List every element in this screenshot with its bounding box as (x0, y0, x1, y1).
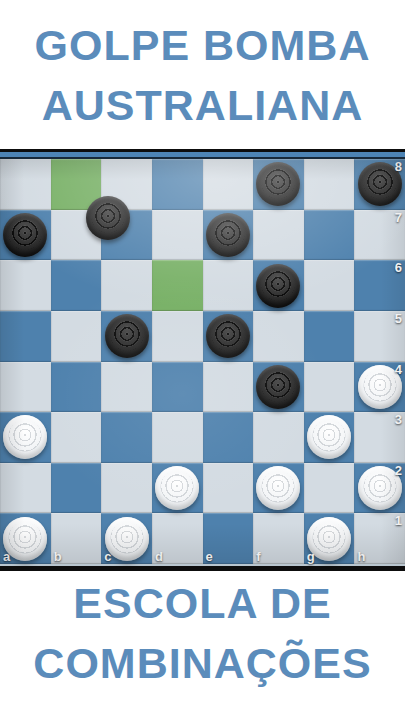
square-c6[interactable] (101, 260, 152, 311)
square-d5[interactable] (152, 311, 203, 362)
header-title-line-1: GOLPE BOMBA (35, 15, 371, 75)
square-d8[interactable] (152, 159, 203, 210)
checkers-board: 8765432abcdefg1h (0, 159, 405, 564)
square-b5[interactable] (51, 311, 102, 362)
square-g6[interactable] (304, 260, 355, 311)
square-f8[interactable] (253, 159, 304, 210)
square-e1[interactable]: e (203, 513, 254, 564)
square-g4[interactable] (304, 362, 355, 413)
square-c1[interactable]: c (101, 513, 152, 564)
white-man-a3[interactable] (3, 415, 47, 459)
black-man-a7[interactable] (3, 213, 47, 257)
rank-label-1: 1 (395, 513, 402, 528)
page: GOLPE BOMBA AUSTRALIANA 8765432abcdefg1h… (0, 0, 405, 720)
square-a1[interactable]: a (0, 513, 51, 564)
white-man-h4[interactable] (358, 365, 402, 409)
square-f7[interactable] (253, 210, 304, 261)
square-h6[interactable]: 6 (354, 260, 405, 311)
file-label-h: h (357, 549, 365, 564)
square-f5[interactable] (253, 311, 304, 362)
square-a5[interactable] (0, 311, 51, 362)
square-d6[interactable] (152, 260, 203, 311)
white-man-d2[interactable] (155, 466, 199, 510)
file-label-b: b (54, 549, 62, 564)
square-g1[interactable]: g (304, 513, 355, 564)
square-c2[interactable] (101, 463, 152, 514)
white-man-a1[interactable] (3, 517, 47, 561)
square-g7[interactable] (304, 210, 355, 261)
square-h5[interactable]: 5 (354, 311, 405, 362)
square-h1[interactable]: 1h (354, 513, 405, 564)
square-h2[interactable]: 2 (354, 463, 405, 514)
white-man-h2[interactable] (358, 466, 402, 510)
square-f2[interactable] (253, 463, 304, 514)
black-man-f6[interactable] (256, 264, 300, 308)
square-g2[interactable] (304, 463, 355, 514)
square-d7[interactable] (152, 210, 203, 261)
square-d2[interactable] (152, 463, 203, 514)
square-h7[interactable]: 7 (354, 210, 405, 261)
square-e3[interactable] (203, 412, 254, 463)
square-b2[interactable] (51, 463, 102, 514)
square-g8[interactable] (304, 159, 355, 210)
square-e7[interactable] (203, 210, 254, 261)
square-c3[interactable] (101, 412, 152, 463)
footer-title-line-2: COMBINAÇÕES (33, 633, 371, 693)
square-e5[interactable] (203, 311, 254, 362)
file-label-f: f (256, 549, 260, 564)
square-h8[interactable]: 8 (354, 159, 405, 210)
square-a3[interactable] (0, 412, 51, 463)
square-d4[interactable] (152, 362, 203, 413)
white-man-c1[interactable] (105, 517, 149, 561)
footer: ESCOLA DE COMBINAÇÕES (0, 571, 405, 720)
square-c7[interactable] (101, 210, 152, 261)
file-label-e: e (206, 549, 213, 564)
square-b4[interactable] (51, 362, 102, 413)
black-man-c5[interactable] (105, 314, 149, 358)
rank-label-3: 3 (395, 412, 402, 427)
white-man-f2[interactable] (256, 466, 300, 510)
header-title-line-2: AUSTRALIANA (42, 75, 364, 135)
top-separator (0, 149, 405, 159)
black-man-e7[interactable] (206, 213, 250, 257)
square-h3[interactable]: 3 (354, 412, 405, 463)
square-e8[interactable] (203, 159, 254, 210)
square-g3[interactable] (304, 412, 355, 463)
black-man-c7[interactable] (86, 196, 130, 240)
footer-title-line-1: ESCOLA DE (73, 573, 331, 633)
square-g5[interactable] (304, 311, 355, 362)
square-d3[interactable] (152, 412, 203, 463)
square-f6[interactable] (253, 260, 304, 311)
black-man-f4[interactable] (256, 365, 300, 409)
rank-label-5: 5 (395, 311, 402, 326)
rank-label-7: 7 (395, 210, 402, 225)
square-e4[interactable] (203, 362, 254, 413)
white-man-g3[interactable] (307, 415, 351, 459)
square-a8[interactable] (0, 159, 51, 210)
square-f1[interactable]: f (253, 513, 304, 564)
square-f4[interactable] (253, 362, 304, 413)
square-e2[interactable] (203, 463, 254, 514)
header: GOLPE BOMBA AUSTRALIANA (0, 0, 405, 149)
rank-label-6: 6 (395, 260, 402, 275)
square-a7[interactable] (0, 210, 51, 261)
white-man-g1[interactable] (307, 517, 351, 561)
square-d1[interactable]: d (152, 513, 203, 564)
file-label-d: d (155, 549, 163, 564)
square-b1[interactable]: b (51, 513, 102, 564)
square-a6[interactable] (0, 260, 51, 311)
square-a4[interactable] (0, 362, 51, 413)
square-e6[interactable] (203, 260, 254, 311)
square-c5[interactable] (101, 311, 152, 362)
square-a2[interactable] (0, 463, 51, 514)
square-c4[interactable] (101, 362, 152, 413)
square-b6[interactable] (51, 260, 102, 311)
board-grid: 8765432abcdefg1h (0, 159, 405, 564)
square-h4[interactable]: 4 (354, 362, 405, 413)
black-man-f8[interactable] (256, 162, 300, 206)
black-man-h8[interactable] (358, 162, 402, 206)
square-f3[interactable] (253, 412, 304, 463)
bottom-separator (0, 564, 405, 571)
black-man-e5[interactable] (206, 314, 250, 358)
square-b3[interactable] (51, 412, 102, 463)
